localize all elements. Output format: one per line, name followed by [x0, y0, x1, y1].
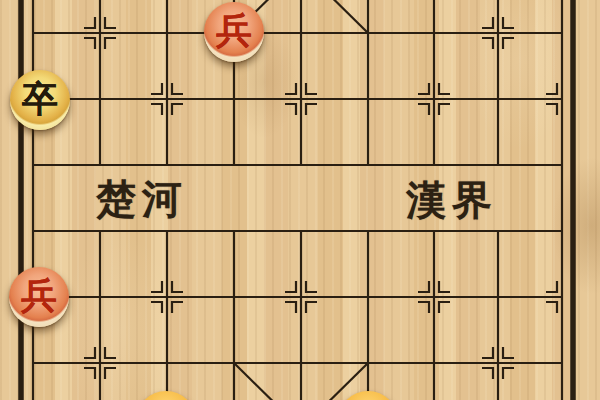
point-marker [84, 17, 95, 28]
piece-character: 兵 [216, 13, 252, 49]
point-marker [439, 104, 450, 115]
point-marker [151, 83, 162, 94]
point-marker [285, 281, 296, 292]
river-label-right: 漢界 [406, 180, 498, 220]
piece-red-soldier[interactable]: 兵 [204, 2, 264, 62]
piece-red-soldier[interactable]: 兵 [9, 267, 69, 327]
point-marker [285, 104, 296, 115]
point-marker [482, 368, 493, 379]
piece-black-soldier[interactable]: 卒 [10, 70, 70, 130]
point-marker [84, 347, 95, 358]
point-marker [503, 368, 514, 379]
piece-character: 兵 [21, 278, 57, 314]
point-marker [546, 302, 557, 313]
point-marker [285, 83, 296, 94]
point-marker [151, 302, 162, 313]
point-marker [172, 83, 183, 94]
point-marker [546, 104, 557, 115]
point-marker [482, 347, 493, 358]
point-marker [84, 368, 95, 379]
point-marker [418, 302, 429, 313]
point-marker [418, 281, 429, 292]
point-marker [306, 302, 317, 313]
point-marker [439, 83, 450, 94]
point-marker [285, 302, 296, 313]
point-marker [172, 302, 183, 313]
point-marker [503, 347, 514, 358]
point-marker [105, 17, 116, 28]
point-marker [503, 38, 514, 49]
point-marker [482, 17, 493, 28]
point-marker [172, 104, 183, 115]
point-marker [172, 281, 183, 292]
point-marker [439, 302, 450, 313]
point-marker [105, 38, 116, 49]
point-marker [439, 281, 450, 292]
point-marker [306, 281, 317, 292]
xiangqi-board: 楚河 漢界 兵卒兵 [0, 0, 600, 400]
point-marker [482, 38, 493, 49]
board-grid [0, 0, 600, 400]
point-marker [105, 368, 116, 379]
point-marker [546, 83, 557, 94]
point-marker [503, 17, 514, 28]
piece-character: 卒 [22, 81, 58, 117]
river-label-left: 楚河 [96, 179, 188, 219]
point-marker [84, 38, 95, 49]
point-marker [306, 83, 317, 94]
point-marker [151, 281, 162, 292]
point-marker [105, 347, 116, 358]
point-marker [306, 104, 317, 115]
point-marker [151, 104, 162, 115]
point-marker [546, 281, 557, 292]
point-marker [418, 104, 429, 115]
point-marker [418, 83, 429, 94]
